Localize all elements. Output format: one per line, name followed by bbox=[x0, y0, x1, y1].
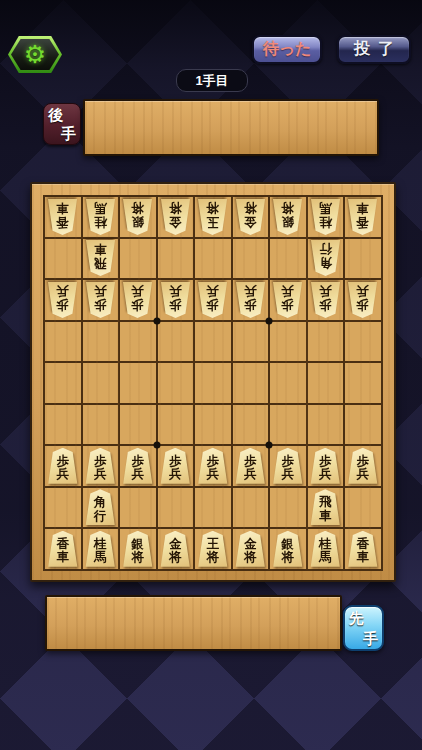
board-cell[interactable]: 金将 bbox=[233, 197, 269, 237]
piece-kanji: 歩 bbox=[357, 297, 370, 311]
piece-kanji: 将 bbox=[132, 551, 145, 565]
board-cell[interactable]: 桂馬 bbox=[308, 197, 344, 237]
piece-kanji: 将 bbox=[207, 201, 220, 215]
shogi-piece-face: 桂馬 bbox=[310, 531, 341, 567]
board-cell[interactable]: 桂馬 bbox=[308, 529, 344, 569]
shogi-piece[interactable]: 歩兵 bbox=[197, 448, 228, 484]
shogi-piece-face: 歩兵 bbox=[47, 448, 78, 484]
piece-kanji: 行 bbox=[94, 510, 107, 524]
board-cell[interactable] bbox=[345, 363, 381, 403]
board-cell[interactable] bbox=[345, 239, 381, 279]
board-cell[interactable] bbox=[120, 239, 156, 279]
piece-kanji: 香 bbox=[57, 214, 70, 228]
piece-kanji: 玉 bbox=[207, 214, 220, 228]
gote-captured-tray[interactable] bbox=[83, 99, 379, 156]
board-cell[interactable] bbox=[195, 405, 231, 445]
board-cell[interactable]: 歩兵 bbox=[45, 446, 81, 486]
shogi-piece-face: 桂馬 bbox=[85, 199, 116, 235]
shogi-piece-face: 桂馬 bbox=[85, 531, 116, 567]
shogi-piece-face: 銀将 bbox=[122, 199, 153, 235]
shogi-piece-face: 玉将 bbox=[197, 199, 228, 235]
board-cell[interactable] bbox=[195, 322, 231, 362]
piece-kanji: 歩 bbox=[207, 455, 220, 469]
board-cell[interactable]: 歩兵 bbox=[233, 280, 269, 320]
piece-kanji: 兵 bbox=[207, 468, 220, 482]
shogi-piece[interactable]: 歩兵 bbox=[122, 448, 153, 484]
piece-kanji: 歩 bbox=[282, 455, 295, 469]
piece-kanji: 兵 bbox=[282, 468, 295, 482]
shogi-piece-face: 飛車 bbox=[310, 489, 341, 525]
shogi-piece-face: 角行 bbox=[85, 489, 116, 525]
board-cell[interactable] bbox=[270, 322, 306, 362]
board-cell[interactable]: 角行 bbox=[83, 488, 119, 528]
shogi-piece-face: 銀将 bbox=[122, 531, 153, 567]
shogi-piece-face: 歩兵 bbox=[310, 282, 341, 318]
board-cell[interactable]: 歩兵 bbox=[120, 446, 156, 486]
piece-kanji: 馬 bbox=[94, 201, 107, 215]
piece-kanji: 歩 bbox=[357, 455, 370, 469]
shogi-piece[interactable]: 銀将 bbox=[122, 531, 153, 567]
piece-kanji: 銀 bbox=[132, 214, 145, 228]
board-cell[interactable] bbox=[158, 239, 194, 279]
board-cell[interactable] bbox=[270, 488, 306, 528]
piece-kanji: 兵 bbox=[357, 468, 370, 482]
shogi-piece[interactable]: 金将 bbox=[160, 199, 191, 235]
undo-button[interactable]: 待った bbox=[252, 35, 322, 64]
piece-kanji: 馬 bbox=[319, 201, 332, 215]
piece-kanji: 飛 bbox=[319, 496, 332, 510]
shogi-piece[interactable]: 飛車 bbox=[85, 240, 116, 276]
shogi-piece[interactable]: 銀将 bbox=[272, 199, 303, 235]
piece-kanji: 王 bbox=[207, 538, 220, 552]
board-cell[interactable]: 角行 bbox=[308, 239, 344, 279]
piece-kanji: 飛 bbox=[94, 256, 107, 270]
board-cell[interactable]: 歩兵 bbox=[158, 446, 194, 486]
sente-badge: 先 手 bbox=[343, 605, 384, 651]
shogi-piece[interactable]: 歩兵 bbox=[85, 448, 116, 484]
piece-kanji: 兵 bbox=[94, 284, 107, 298]
shogi-piece[interactable]: 金将 bbox=[235, 531, 266, 567]
shogi-piece[interactable]: 歩兵 bbox=[85, 282, 116, 318]
piece-kanji: 兵 bbox=[169, 284, 182, 298]
piece-kanji: 歩 bbox=[132, 455, 145, 469]
piece-kanji: 車 bbox=[319, 510, 332, 524]
piece-kanji: 歩 bbox=[94, 297, 107, 311]
shogi-piece[interactable]: 歩兵 bbox=[197, 282, 228, 318]
piece-kanji: 将 bbox=[132, 201, 145, 215]
shogi-piece-face: 金将 bbox=[160, 199, 191, 235]
board-cell[interactable] bbox=[45, 322, 81, 362]
shogi-piece[interactable]: 角行 bbox=[310, 240, 341, 276]
piece-kanji: 兵 bbox=[57, 284, 70, 298]
board-cell[interactable] bbox=[158, 322, 194, 362]
board-cell[interactable] bbox=[345, 488, 381, 528]
piece-kanji: 兵 bbox=[132, 284, 145, 298]
board-cell[interactable] bbox=[83, 405, 119, 445]
piece-kanji: 兵 bbox=[169, 468, 182, 482]
piece-kanji: 馬 bbox=[94, 551, 107, 565]
board-frame: 香車桂馬銀将金将玉将金将銀将桂馬香車飛車角行歩兵歩兵歩兵歩兵歩兵歩兵歩兵歩兵歩兵… bbox=[30, 182, 396, 582]
piece-kanji: 香 bbox=[57, 538, 70, 552]
shogi-piece[interactable]: 歩兵 bbox=[347, 282, 378, 318]
board-cell[interactable] bbox=[270, 239, 306, 279]
piece-kanji: 香 bbox=[357, 214, 370, 228]
board-cell[interactable]: 玉将 bbox=[195, 197, 231, 237]
shogi-piece-face: 金将 bbox=[235, 531, 266, 567]
board-cell[interactable] bbox=[120, 363, 156, 403]
board-cell[interactable] bbox=[233, 239, 269, 279]
board-cell[interactable] bbox=[308, 405, 344, 445]
board-cell[interactable]: 桂馬 bbox=[83, 197, 119, 237]
board-cell[interactable]: 香車 bbox=[45, 197, 81, 237]
piece-kanji: 金 bbox=[244, 214, 257, 228]
shogi-piece[interactable]: 歩兵 bbox=[310, 282, 341, 318]
board-cell[interactable] bbox=[45, 363, 81, 403]
shogi-piece-face: 角行 bbox=[310, 240, 341, 276]
shogi-piece[interactable]: 香車 bbox=[47, 531, 78, 567]
shogi-piece-face: 歩兵 bbox=[122, 448, 153, 484]
shogi-piece-face: 歩兵 bbox=[347, 448, 378, 484]
board-cell[interactable] bbox=[233, 363, 269, 403]
piece-kanji: 兵 bbox=[244, 284, 257, 298]
piece-kanji: 兵 bbox=[57, 468, 70, 482]
shogi-piece-face: 香車 bbox=[47, 531, 78, 567]
piece-kanji: 銀 bbox=[282, 538, 295, 552]
shogi-piece-face: 歩兵 bbox=[197, 448, 228, 484]
piece-kanji: 歩 bbox=[94, 455, 107, 469]
piece-kanji: 車 bbox=[357, 201, 370, 215]
piece-kanji: 歩 bbox=[169, 297, 182, 311]
shogi-piece[interactable]: 飛車 bbox=[310, 489, 341, 525]
shogi-piece[interactable]: 香車 bbox=[47, 199, 78, 235]
board-cell[interactable]: 歩兵 bbox=[345, 446, 381, 486]
piece-kanji: 車 bbox=[94, 242, 107, 256]
piece-kanji: 角 bbox=[94, 496, 107, 510]
shogi-piece[interactable]: 金将 bbox=[160, 531, 191, 567]
shogi-piece-face: 歩兵 bbox=[85, 282, 116, 318]
shogi-piece[interactable]: 王将 bbox=[197, 531, 228, 567]
piece-kanji: 将 bbox=[282, 551, 295, 565]
piece-kanji: 歩 bbox=[132, 297, 145, 311]
piece-kanji: 銀 bbox=[282, 214, 295, 228]
board-cell[interactable]: 銀将 bbox=[270, 529, 306, 569]
shogi-piece[interactable]: 歩兵 bbox=[47, 282, 78, 318]
piece-kanji: 歩 bbox=[244, 297, 257, 311]
shogi-piece[interactable]: 歩兵 bbox=[160, 282, 191, 318]
gote-badge: 後 手 bbox=[43, 103, 81, 145]
board-cell[interactable]: 王将 bbox=[195, 529, 231, 569]
board-cell[interactable] bbox=[120, 488, 156, 528]
board-cell[interactable]: 歩兵 bbox=[158, 280, 194, 320]
piece-kanji: 桂 bbox=[319, 214, 332, 228]
shogi-piece-face: 金将 bbox=[235, 199, 266, 235]
piece-kanji: 兵 bbox=[319, 468, 332, 482]
piece-kanji: 車 bbox=[57, 201, 70, 215]
piece-kanji: 桂 bbox=[94, 214, 107, 228]
board-grid: 香車桂馬銀将金将玉将金将銀将桂馬香車飛車角行歩兵歩兵歩兵歩兵歩兵歩兵歩兵歩兵歩兵… bbox=[43, 195, 383, 571]
board-cell[interactable]: 香車 bbox=[345, 197, 381, 237]
shogi-piece[interactable]: 歩兵 bbox=[272, 448, 303, 484]
shogi-piece[interactable]: 香車 bbox=[347, 531, 378, 567]
board-cell[interactable]: 歩兵 bbox=[308, 446, 344, 486]
sente-badge-char1: 先 bbox=[349, 610, 364, 625]
piece-kanji: 将 bbox=[244, 551, 257, 565]
shogi-piece-face: 桂馬 bbox=[310, 199, 341, 235]
board-cell[interactable]: 歩兵 bbox=[83, 446, 119, 486]
board-cell[interactable]: 銀将 bbox=[120, 529, 156, 569]
board-cell[interactable] bbox=[233, 405, 269, 445]
board-cell[interactable] bbox=[120, 322, 156, 362]
shogi-piece-face: 歩兵 bbox=[235, 282, 266, 318]
board-cell[interactable]: 銀将 bbox=[120, 197, 156, 237]
shogi-piece-face: 歩兵 bbox=[347, 282, 378, 318]
shogi-piece-face: 王将 bbox=[197, 531, 228, 567]
gote-badge-char2: 手 bbox=[61, 126, 76, 141]
board-cell[interactable]: 金将 bbox=[158, 197, 194, 237]
shogi-piece[interactable]: 桂馬 bbox=[85, 199, 116, 235]
shogi-piece-face: 歩兵 bbox=[122, 282, 153, 318]
board-cell[interactable]: 歩兵 bbox=[45, 280, 81, 320]
shogi-piece[interactable]: 歩兵 bbox=[235, 448, 266, 484]
shogi-piece[interactable]: 香車 bbox=[347, 199, 378, 235]
shogi-piece-face: 歩兵 bbox=[310, 448, 341, 484]
piece-kanji: 角 bbox=[319, 256, 332, 270]
board-cell[interactable]: 香車 bbox=[45, 529, 81, 569]
shogi-piece-face: 金将 bbox=[160, 531, 191, 567]
board-cell[interactable]: 銀将 bbox=[270, 197, 306, 237]
board-cell[interactable] bbox=[233, 488, 269, 528]
settings-button[interactable]: ⚙ bbox=[8, 36, 62, 73]
piece-kanji: 兵 bbox=[244, 468, 257, 482]
board-cell[interactable]: 歩兵 bbox=[233, 446, 269, 486]
piece-kanji: 兵 bbox=[282, 284, 295, 298]
shogi-piece-face: 歩兵 bbox=[47, 282, 78, 318]
board-cell[interactable]: 歩兵 bbox=[308, 280, 344, 320]
piece-kanji: 将 bbox=[207, 551, 220, 565]
shogi-piece[interactable]: 銀将 bbox=[122, 199, 153, 235]
piece-kanji: 歩 bbox=[169, 455, 182, 469]
board-cell[interactable] bbox=[158, 488, 194, 528]
piece-kanji: 将 bbox=[169, 551, 182, 565]
piece-kanji: 将 bbox=[169, 201, 182, 215]
board-cell[interactable] bbox=[233, 322, 269, 362]
shogi-piece[interactable]: 歩兵 bbox=[347, 448, 378, 484]
shogi-piece-face: 飛車 bbox=[85, 240, 116, 276]
piece-kanji: 将 bbox=[282, 201, 295, 215]
piece-kanji: 金 bbox=[169, 214, 182, 228]
piece-kanji: 車 bbox=[357, 551, 370, 565]
shogi-piece[interactable]: 金将 bbox=[235, 199, 266, 235]
piece-kanji: 香 bbox=[357, 538, 370, 552]
piece-kanji: 歩 bbox=[207, 297, 220, 311]
shogi-piece[interactable]: 歩兵 bbox=[235, 282, 266, 318]
shogi-piece-face: 歩兵 bbox=[272, 448, 303, 484]
shogi-piece-face: 歩兵 bbox=[235, 448, 266, 484]
sente-captured-tray[interactable] bbox=[45, 595, 342, 651]
board-cell[interactable] bbox=[345, 405, 381, 445]
piece-kanji: 桂 bbox=[319, 538, 332, 552]
shogi-app-screen: ⚙ 待った 投了 1手目 後 手 香車桂馬銀将金将玉将金将銀将桂馬香車飛車角行歩… bbox=[0, 0, 422, 750]
board-cell[interactable]: 金将 bbox=[233, 529, 269, 569]
shogi-piece-face: 歩兵 bbox=[160, 448, 191, 484]
shogi-piece-face: 香車 bbox=[47, 199, 78, 235]
shogi-piece[interactable]: 歩兵 bbox=[122, 282, 153, 318]
piece-kanji: 将 bbox=[244, 201, 257, 215]
piece-kanji: 兵 bbox=[132, 468, 145, 482]
board-cell[interactable] bbox=[158, 405, 194, 445]
shogi-piece[interactable]: 玉将 bbox=[197, 199, 228, 235]
shogi-piece[interactable]: 歩兵 bbox=[47, 448, 78, 484]
board-cell[interactable] bbox=[45, 239, 81, 279]
board-cell[interactable] bbox=[270, 363, 306, 403]
gote-badge-char1: 後 bbox=[48, 107, 63, 122]
board-cell[interactable] bbox=[158, 363, 194, 403]
board-cell[interactable]: 歩兵 bbox=[120, 280, 156, 320]
piece-kanji: 兵 bbox=[319, 284, 332, 298]
piece-kanji: 馬 bbox=[319, 551, 332, 565]
shogi-piece-face: 歩兵 bbox=[160, 282, 191, 318]
board-cell[interactable] bbox=[195, 488, 231, 528]
settings-button-face: ⚙ bbox=[11, 39, 59, 70]
board-cell[interactable] bbox=[345, 322, 381, 362]
piece-kanji: 桂 bbox=[94, 538, 107, 552]
board-cell[interactable]: 歩兵 bbox=[270, 280, 306, 320]
piece-kanji: 兵 bbox=[357, 284, 370, 298]
shogi-piece[interactable]: 銀将 bbox=[272, 531, 303, 567]
board-cell[interactable]: 歩兵 bbox=[270, 446, 306, 486]
piece-kanji: 銀 bbox=[132, 538, 145, 552]
shogi-piece-face: 香車 bbox=[347, 199, 378, 235]
piece-kanji: 兵 bbox=[94, 468, 107, 482]
piece-kanji: 歩 bbox=[282, 297, 295, 311]
board-cell[interactable]: 金将 bbox=[158, 529, 194, 569]
board-cell[interactable] bbox=[45, 405, 81, 445]
board-cell[interactable]: 歩兵 bbox=[195, 280, 231, 320]
board-cell[interactable]: 飛車 bbox=[308, 488, 344, 528]
board-cell[interactable] bbox=[195, 239, 231, 279]
shogi-piece[interactable]: 歩兵 bbox=[310, 448, 341, 484]
board-cell[interactable] bbox=[83, 322, 119, 362]
move-counter: 1手目 bbox=[176, 69, 248, 92]
board-cell[interactable] bbox=[308, 363, 344, 403]
board-cell[interactable] bbox=[120, 405, 156, 445]
shogi-piece-face: 銀将 bbox=[272, 199, 303, 235]
board-cell[interactable]: 歩兵 bbox=[345, 280, 381, 320]
board-cell[interactable]: 飛車 bbox=[83, 239, 119, 279]
board-cell[interactable]: 歩兵 bbox=[83, 280, 119, 320]
shogi-piece-face: 歩兵 bbox=[197, 282, 228, 318]
shogi-piece[interactable]: 桂馬 bbox=[310, 531, 341, 567]
board-cell[interactable] bbox=[195, 363, 231, 403]
shogi-piece[interactable]: 角行 bbox=[85, 489, 116, 525]
piece-kanji: 歩 bbox=[319, 297, 332, 311]
piece-kanji: 金 bbox=[169, 538, 182, 552]
board-cell[interactable] bbox=[45, 488, 81, 528]
piece-kanji: 行 bbox=[319, 242, 332, 256]
board-cell[interactable] bbox=[83, 363, 119, 403]
shogi-piece[interactable]: 歩兵 bbox=[272, 282, 303, 318]
board-cell[interactable] bbox=[308, 322, 344, 362]
board-cell[interactable] bbox=[270, 405, 306, 445]
shogi-piece-face: 香車 bbox=[347, 531, 378, 567]
piece-kanji: 金 bbox=[244, 538, 257, 552]
piece-kanji: 車 bbox=[57, 551, 70, 565]
shogi-piece-face: 歩兵 bbox=[272, 282, 303, 318]
piece-kanji: 歩 bbox=[319, 455, 332, 469]
shogi-piece[interactable]: 歩兵 bbox=[160, 448, 191, 484]
gear-icon: ⚙ bbox=[24, 42, 46, 67]
board-cell[interactable]: 歩兵 bbox=[195, 446, 231, 486]
piece-kanji: 歩 bbox=[57, 297, 70, 311]
resign-button[interactable]: 投了 bbox=[337, 35, 411, 64]
shogi-piece[interactable]: 桂馬 bbox=[310, 199, 341, 235]
piece-kanji: 歩 bbox=[57, 455, 70, 469]
board-cell[interactable]: 香車 bbox=[345, 529, 381, 569]
piece-kanji: 歩 bbox=[244, 455, 257, 469]
shogi-piece-face: 歩兵 bbox=[85, 448, 116, 484]
shogi-piece[interactable]: 桂馬 bbox=[85, 531, 116, 567]
board-cell[interactable]: 桂馬 bbox=[83, 529, 119, 569]
piece-kanji: 兵 bbox=[207, 284, 220, 298]
sente-badge-char2: 手 bbox=[363, 631, 378, 646]
shogi-piece-face: 銀将 bbox=[272, 531, 303, 567]
